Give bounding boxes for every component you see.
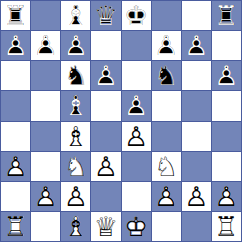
square-h5[interactable] [212,91,241,120]
square-d6[interactable]: ♟♙ [91,61,120,90]
square-a5[interactable] [1,91,30,120]
square-c3[interactable]: ♞♘ [61,152,90,181]
piece-white-pawn: ♟♙ [182,182,211,211]
square-h6[interactable]: ♟♙ [212,61,241,90]
square-g8[interactable] [182,1,211,30]
square-f3[interactable]: ♞♘ [152,152,181,181]
square-g7[interactable]: ♟♙ [182,31,211,60]
piece-black-pawn: ♟♙ [1,31,30,60]
piece-black-pawn: ♟♙ [182,31,211,60]
piece-white-knight: ♞♘ [152,152,181,181]
square-g2[interactable]: ♟♙ [182,182,211,211]
square-d5[interactable] [91,91,120,120]
piece-white-bishop: ♝♗ [61,122,90,151]
piece-black-king: ♚♔ [122,1,151,30]
piece-white-pawn: ♟♙ [152,182,181,211]
square-h8[interactable]: ♜♖ [212,1,241,30]
square-h1[interactable]: ♜♖ [212,212,241,241]
square-b1[interactable] [31,212,60,241]
square-e1[interactable]: ♚♔ [122,212,151,241]
square-e3[interactable] [122,152,151,181]
square-c5[interactable]: ♝♗ [61,91,90,120]
square-a3[interactable]: ♟♙ [1,152,30,181]
square-c2[interactable]: ♟♙ [61,182,90,211]
square-g4[interactable] [182,122,211,151]
square-f1[interactable] [152,212,181,241]
square-b4[interactable] [31,122,60,151]
square-b7[interactable]: ♟♙ [31,31,60,60]
square-e5[interactable]: ♟♙ [122,91,151,120]
square-d2[interactable] [91,182,120,211]
piece-black-pawn: ♟♙ [31,31,60,60]
square-h3[interactable] [212,152,241,181]
square-d4[interactable] [91,122,120,151]
square-f7[interactable]: ♟♙ [152,31,181,60]
square-e7[interactable] [122,31,151,60]
square-e4[interactable]: ♟♙ [122,122,151,151]
piece-black-knight: ♞♘ [61,61,90,90]
square-a2[interactable] [1,182,30,211]
piece-white-pawn: ♟♙ [1,152,30,181]
square-h7[interactable] [212,31,241,60]
piece-black-pawn: ♟♙ [91,61,120,90]
square-g5[interactable] [182,91,211,120]
square-e6[interactable] [122,61,151,90]
square-b8[interactable] [31,1,60,30]
square-a6[interactable] [1,61,30,90]
square-c7[interactable]: ♟♙ [61,31,90,60]
square-a8[interactable]: ♜♖ [1,1,30,30]
square-f4[interactable] [152,122,181,151]
square-a4[interactable] [1,122,30,151]
square-f6[interactable]: ♞♘ [152,61,181,90]
square-e8[interactable]: ♚♔ [122,1,151,30]
square-d7[interactable] [91,31,120,60]
square-g1[interactable] [182,212,211,241]
square-c1[interactable]: ♝♗ [61,212,90,241]
square-d3[interactable]: ♟♙ [91,152,120,181]
piece-white-knight: ♞♘ [61,152,90,181]
square-g6[interactable] [182,61,211,90]
piece-white-bishop: ♝♗ [61,212,90,241]
square-a1[interactable]: ♜♖ [1,212,30,241]
piece-black-pawn: ♟♙ [61,31,90,60]
piece-white-rook: ♜♖ [1,212,30,241]
square-f5[interactable] [152,91,181,120]
piece-black-rook: ♜♖ [1,1,30,30]
piece-black-queen: ♛♕ [91,1,120,30]
piece-white-pawn: ♟♙ [91,152,120,181]
piece-white-king: ♚♔ [122,212,151,241]
square-a7[interactable]: ♟♙ [1,31,30,60]
piece-black-bishop: ♝♗ [61,91,90,120]
square-f8[interactable] [152,1,181,30]
square-b6[interactable] [31,61,60,90]
square-b2[interactable]: ♟♙ [31,182,60,211]
chess-board: ♜♖♝♗♛♕♚♔♜♖♟♙♟♙♟♙♟♙♟♙♞♘♟♙♞♘♟♙♝♗♟♙♝♗♟♙♟♙♞♘… [0,0,242,242]
piece-white-rook: ♜♖ [212,212,241,241]
piece-black-knight: ♞♘ [152,61,181,90]
square-d1[interactable]: ♛♕ [91,212,120,241]
square-h4[interactable] [212,122,241,151]
square-b3[interactable] [31,152,60,181]
piece-black-pawn: ♟♙ [122,91,151,120]
square-f2[interactable]: ♟♙ [152,182,181,211]
square-h2[interactable]: ♟♙ [212,182,241,211]
square-b5[interactable] [31,91,60,120]
square-d8[interactable]: ♛♕ [91,1,120,30]
piece-white-pawn: ♟♙ [31,182,60,211]
piece-white-pawn: ♟♙ [122,122,151,151]
square-c6[interactable]: ♞♘ [61,61,90,90]
square-g3[interactable] [182,152,211,181]
piece-white-pawn: ♟♙ [212,182,241,211]
piece-white-pawn: ♟♙ [61,182,90,211]
square-c4[interactable]: ♝♗ [61,122,90,151]
piece-black-pawn: ♟♙ [152,31,181,60]
square-c8[interactable]: ♝♗ [61,1,90,30]
piece-black-pawn: ♟♙ [212,61,241,90]
piece-black-rook: ♜♖ [212,1,241,30]
piece-black-bishop: ♝♗ [61,1,90,30]
square-e2[interactable] [122,182,151,211]
piece-white-queen: ♛♕ [91,212,120,241]
